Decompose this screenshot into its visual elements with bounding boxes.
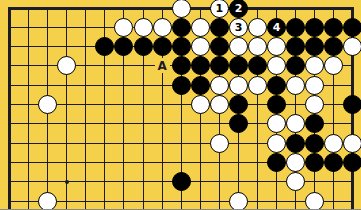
grid-line	[8, 7, 11, 210]
white-stone	[191, 95, 210, 114]
grid-line	[66, 7, 67, 210]
white-stone	[286, 153, 305, 172]
white-stone	[191, 37, 210, 56]
black-stone	[229, 95, 248, 114]
black-stone	[210, 37, 229, 56]
star-point	[65, 180, 69, 184]
white-stone	[229, 192, 248, 210]
move-number-2: 2	[235, 3, 243, 14]
move-number-3: 3	[235, 22, 243, 33]
white-stone	[305, 76, 324, 95]
black-stone	[172, 172, 191, 191]
black-stone	[134, 37, 153, 56]
go-board-surface: 1234A	[0, 0, 361, 209]
black-stone	[191, 76, 210, 95]
grid-line	[28, 7, 29, 210]
black-stone	[95, 37, 114, 56]
black-stone	[286, 134, 305, 153]
white-stone	[153, 18, 172, 37]
black-stone	[305, 37, 324, 56]
black-stone: 2	[229, 0, 248, 18]
black-stone	[267, 95, 286, 114]
black-stone	[305, 18, 324, 37]
white-stone	[267, 37, 286, 56]
white-stone	[210, 76, 229, 95]
black-stone	[229, 114, 248, 133]
white-stone	[38, 192, 57, 210]
white-stone	[286, 114, 305, 133]
move-number-4: 4	[273, 22, 281, 33]
grid-line	[85, 7, 86, 210]
white-stone	[248, 37, 267, 56]
white-stone	[324, 134, 343, 153]
black-stone	[114, 37, 133, 56]
black-stone	[210, 18, 229, 37]
white-stone	[305, 56, 324, 75]
black-stone	[305, 134, 324, 153]
black-stone	[229, 56, 248, 75]
white-stone: 3	[229, 18, 248, 37]
white-stone	[114, 18, 133, 37]
black-stone	[267, 76, 286, 95]
white-stone	[248, 76, 267, 95]
white-stone	[267, 114, 286, 133]
white-stone	[134, 18, 153, 37]
black-stone	[172, 18, 191, 37]
black-stone: 4	[267, 18, 286, 37]
black-stone	[172, 76, 191, 95]
black-stone	[286, 18, 305, 37]
white-stone	[210, 134, 229, 153]
white-stone	[305, 95, 324, 114]
black-stone	[172, 56, 191, 75]
black-stone	[191, 56, 210, 75]
white-stone	[305, 192, 324, 210]
black-stone	[267, 153, 286, 172]
black-stone	[210, 56, 229, 75]
white-stone	[343, 37, 361, 56]
grid-line	[8, 201, 354, 202]
black-stone	[343, 18, 361, 37]
black-stone	[286, 56, 305, 75]
black-stone	[324, 153, 343, 172]
black-stone	[343, 153, 361, 172]
black-stone	[172, 37, 191, 56]
white-stone: 1	[210, 0, 229, 18]
white-stone	[57, 56, 76, 75]
white-stone	[286, 172, 305, 191]
black-stone	[343, 95, 361, 114]
white-stone	[172, 0, 191, 18]
white-stone	[210, 95, 229, 114]
black-stone	[153, 37, 172, 56]
black-stone	[324, 37, 343, 56]
white-stone	[267, 134, 286, 153]
white-stone	[229, 37, 248, 56]
point-label-A: A	[155, 58, 170, 73]
white-stone	[38, 95, 57, 114]
white-stone	[286, 76, 305, 95]
grid-line	[8, 104, 354, 105]
move-number-1: 1	[216, 3, 224, 14]
white-stone	[191, 18, 210, 37]
white-stone	[267, 56, 286, 75]
white-stone	[248, 18, 267, 37]
white-stone	[343, 134, 361, 153]
black-stone	[305, 153, 324, 172]
black-stone	[305, 114, 324, 133]
white-stone	[324, 56, 343, 75]
black-stone	[248, 56, 267, 75]
black-stone	[324, 18, 343, 37]
go-board: 1234A	[0, 0, 361, 209]
black-stone	[286, 37, 305, 56]
white-stone	[229, 76, 248, 95]
